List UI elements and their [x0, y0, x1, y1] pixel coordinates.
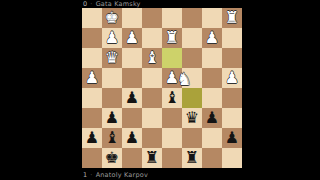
square-e4[interactable]: [142, 68, 162, 88]
square-b5[interactable]: [202, 88, 222, 108]
square-c1[interactable]: [182, 8, 202, 28]
square-e6[interactable]: [142, 108, 162, 128]
square-c8[interactable]: ♜: [182, 148, 202, 168]
square-a6[interactable]: [222, 108, 242, 128]
player-bottom-separator: ·: [90, 171, 92, 179]
black-rook[interactable]: ♜: [142, 148, 162, 168]
white-pawn[interactable]: ♟: [102, 28, 122, 48]
square-d6[interactable]: [162, 108, 182, 128]
player-bottom-name: Anatoly Karpov: [96, 171, 148, 179]
white-queen[interactable]: ♛: [102, 48, 122, 68]
square-a5[interactable]: [222, 88, 242, 108]
square-d2[interactable]: ♜: [162, 28, 182, 48]
black-pawn[interactable]: ♟: [122, 128, 142, 148]
square-c6[interactable]: ♛: [182, 108, 202, 128]
black-bishop[interactable]: ♝: [162, 88, 182, 108]
white-knight-moving[interactable]: ♞: [173, 68, 195, 90]
white-pawn[interactable]: ♟: [222, 68, 242, 88]
player-top-score: 0: [83, 0, 87, 8]
square-g3[interactable]: ♛: [102, 48, 122, 68]
white-pawn[interactable]: ♟: [122, 28, 142, 48]
square-e8[interactable]: ♜: [142, 148, 162, 168]
black-pawn[interactable]: ♟: [222, 128, 242, 148]
black-pawn[interactable]: ♟: [202, 108, 222, 128]
square-a2[interactable]: [222, 28, 242, 48]
black-rook[interactable]: ♜: [182, 148, 202, 168]
square-a1[interactable]: ♜: [222, 8, 242, 28]
square-g2[interactable]: ♟: [102, 28, 122, 48]
square-h3[interactable]: [82, 48, 102, 68]
white-rook[interactable]: ♜: [222, 8, 242, 28]
square-g4[interactable]: [102, 68, 122, 88]
white-rook[interactable]: ♜: [162, 28, 182, 48]
square-b1[interactable]: [202, 8, 222, 28]
square-d8[interactable]: [162, 148, 182, 168]
black-queen[interactable]: ♛: [182, 108, 202, 128]
player-bottom: 1 · Anatoly Karpov: [83, 169, 253, 180]
square-e3[interactable]: ♝: [142, 48, 162, 68]
square-d3[interactable]: [162, 48, 182, 68]
square-h4[interactable]: ♟: [82, 68, 102, 88]
square-e7[interactable]: [142, 128, 162, 148]
square-f8[interactable]: [122, 148, 142, 168]
video-frame: 0 · Gata Kamsky ♚♜♟♟♜♟♛♝♟♟♟♟♝♟♛♟♟♝♟♟♚♜♜♞…: [0, 0, 320, 180]
square-f6[interactable]: [122, 108, 142, 128]
square-b4[interactable]: [202, 68, 222, 88]
white-bishop[interactable]: ♝: [142, 48, 162, 68]
black-pawn[interactable]: ♟: [122, 88, 142, 108]
square-h8[interactable]: [82, 148, 102, 168]
square-b2[interactable]: ♟: [202, 28, 222, 48]
square-a8[interactable]: [222, 148, 242, 168]
white-pawn[interactable]: ♟: [82, 68, 102, 88]
square-h2[interactable]: [82, 28, 102, 48]
white-king[interactable]: ♚: [102, 8, 122, 28]
square-f5[interactable]: ♟: [122, 88, 142, 108]
square-h1[interactable]: [82, 8, 102, 28]
player-top-separator: ·: [90, 0, 92, 8]
player-bottom-score: 1: [83, 171, 87, 179]
square-e1[interactable]: [142, 8, 162, 28]
square-e5[interactable]: [142, 88, 162, 108]
square-c5[interactable]: [182, 88, 202, 108]
square-g8[interactable]: ♚: [102, 148, 122, 168]
square-e2[interactable]: [142, 28, 162, 48]
square-c7[interactable]: [182, 128, 202, 148]
square-d7[interactable]: [162, 128, 182, 148]
black-pawn[interactable]: ♟: [82, 128, 102, 148]
square-a7[interactable]: ♟: [222, 128, 242, 148]
square-b6[interactable]: ♟: [202, 108, 222, 128]
square-d1[interactable]: [162, 8, 182, 28]
square-c2[interactable]: [182, 28, 202, 48]
square-f1[interactable]: [122, 8, 142, 28]
square-a3[interactable]: [222, 48, 242, 68]
square-h5[interactable]: [82, 88, 102, 108]
square-c3[interactable]: [182, 48, 202, 68]
square-f7[interactable]: ♟: [122, 128, 142, 148]
square-g5[interactable]: [102, 88, 122, 108]
square-g6[interactable]: ♟: [102, 108, 122, 128]
square-b3[interactable]: [202, 48, 222, 68]
square-f3[interactable]: [122, 48, 142, 68]
white-pawn[interactable]: ♟: [202, 28, 222, 48]
black-king[interactable]: ♚: [102, 148, 122, 168]
player-top: 0 · Gata Kamsky: [83, 0, 253, 8]
square-f4[interactable]: [122, 68, 142, 88]
square-g1[interactable]: ♚: [102, 8, 122, 28]
black-bishop[interactable]: ♝: [102, 128, 122, 148]
black-pawn[interactable]: ♟: [102, 108, 122, 128]
square-b7[interactable]: [202, 128, 222, 148]
square-d5[interactable]: ♝: [162, 88, 182, 108]
square-h6[interactable]: [82, 108, 102, 128]
chess-board[interactable]: ♚♜♟♟♜♟♛♝♟♟♟♟♝♟♛♟♟♝♟♟♚♜♜♞: [82, 8, 242, 168]
square-h7[interactable]: ♟: [82, 128, 102, 148]
square-b8[interactable]: [202, 148, 222, 168]
player-top-name: Gata Kamsky: [96, 0, 141, 8]
square-f2[interactable]: ♟: [122, 28, 142, 48]
square-a4[interactable]: ♟: [222, 68, 242, 88]
square-g7[interactable]: ♝: [102, 128, 122, 148]
